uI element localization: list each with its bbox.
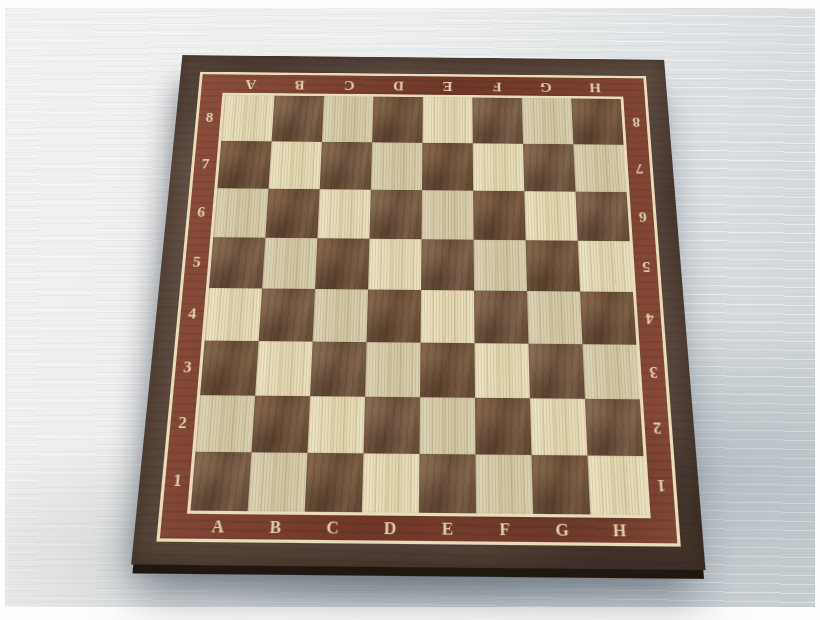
square-f8 (472, 98, 523, 144)
square-e1 (419, 454, 476, 513)
board-inlay-line-outer: ABCDEFGH ABCDEFGH 87654321 87654321 (156, 72, 680, 547)
square-c4 (313, 289, 368, 342)
square-c1 (305, 453, 364, 512)
rank-label-text: 4 (645, 310, 654, 327)
square-a2 (195, 395, 255, 452)
rank-label-text: 7 (201, 157, 210, 172)
rank-label-text: 3 (648, 363, 657, 381)
file-label-a: A (225, 74, 276, 93)
file-label-b: B (275, 75, 325, 94)
square-d2 (363, 397, 420, 454)
file-label-text: C (343, 78, 354, 92)
square-d8 (372, 97, 423, 143)
rank-label-3: 3 (173, 340, 201, 395)
rank-label-1: 1 (647, 456, 676, 515)
rank-label-8: 8 (197, 95, 223, 141)
square-g5 (526, 240, 580, 291)
file-label-h: H (570, 78, 620, 97)
square-e7 (422, 143, 473, 191)
square-c2 (307, 396, 365, 453)
square-e4 (420, 290, 474, 343)
square-f1 (475, 454, 533, 513)
rank-label-2: 2 (168, 395, 197, 452)
square-e3 (420, 343, 475, 398)
square-h2 (585, 399, 644, 456)
square-a4 (205, 288, 262, 341)
square-g7 (523, 144, 575, 192)
rank-label-text: 1 (172, 471, 182, 490)
rank-label-7: 7 (626, 145, 651, 193)
file-label-text: D (393, 78, 404, 92)
square-d7 (371, 142, 423, 190)
file-label-text: A (245, 77, 257, 91)
rank-label-text: 6 (638, 209, 647, 225)
file-label-text: C (326, 518, 339, 538)
square-c8 (322, 96, 374, 142)
rank-label-text: 6 (197, 204, 206, 220)
square-d1 (362, 453, 420, 512)
rank-label-4: 4 (178, 288, 206, 341)
file-label-text: H (589, 80, 601, 94)
square-b6 (265, 189, 319, 239)
file-label-g: G (533, 517, 591, 542)
rank-label-text: 7 (635, 161, 644, 176)
square-d4 (367, 289, 421, 342)
file-label-c: C (324, 75, 374, 94)
file-label-b: B (246, 514, 305, 539)
rank-label-text: 2 (178, 414, 188, 432)
square-f5 (474, 240, 527, 291)
file-label-text: G (555, 520, 569, 540)
square-h7 (573, 144, 626, 192)
file-label-g: G (521, 77, 571, 96)
square-d6 (369, 190, 422, 240)
square-b8 (272, 96, 324, 142)
rank-label-6: 6 (630, 192, 656, 241)
file-label-text: B (294, 77, 305, 91)
square-c7 (320, 142, 372, 190)
square-c5 (315, 238, 369, 289)
square-b4 (259, 288, 315, 341)
square-f3 (474, 343, 529, 398)
rank-label-1: 1 (162, 451, 192, 510)
file-label-h: H (590, 518, 649, 543)
square-b1 (248, 452, 308, 511)
square-a1 (190, 452, 251, 511)
file-label-d: D (361, 515, 419, 540)
rank-label-text: 1 (656, 476, 666, 495)
file-label-text: F (492, 79, 501, 93)
board-inlay-line-inner (187, 93, 651, 518)
square-g2 (530, 398, 588, 455)
square-e2 (419, 397, 475, 454)
square-h1 (587, 456, 647, 515)
square-b3 (255, 341, 313, 396)
square-g3 (528, 344, 584, 399)
square-a7 (217, 141, 271, 189)
rank-label-8: 8 (623, 99, 648, 145)
rank-label-2: 2 (643, 399, 671, 456)
file-label-text: D (384, 518, 397, 538)
file-labels-bottom: ABCDEFGH (188, 514, 649, 543)
square-f2 (475, 398, 532, 455)
file-label-text: A (211, 517, 225, 537)
square-a6 (213, 188, 268, 237)
rank-label-5: 5 (183, 237, 210, 288)
square-e6 (421, 190, 473, 240)
square-g6 (524, 191, 577, 241)
rank-label-text: 2 (652, 418, 662, 436)
square-h6 (575, 192, 629, 242)
square-g8 (522, 98, 574, 144)
board-coordinate-border: ABCDEFGH ABCDEFGH 87654321 87654321 (160, 74, 677, 543)
chess-board: ABCDEFGH ABCDEFGH 87654321 87654321 (131, 55, 705, 570)
square-g1 (531, 455, 590, 514)
square-c3 (310, 342, 366, 397)
square-b5 (262, 238, 317, 289)
rank-label-4: 4 (636, 292, 663, 345)
rank-label-text: 8 (205, 110, 214, 125)
table-surface: ABCDEFGH ABCDEFGH 87654321 87654321 (5, 8, 815, 607)
file-label-text: H (612, 521, 627, 541)
file-label-e: E (423, 76, 472, 95)
file-label-text: G (540, 79, 552, 93)
square-h4 (580, 292, 636, 345)
file-label-text: E (442, 519, 454, 539)
square-h8 (571, 98, 623, 144)
square-e8 (422, 97, 472, 143)
square-d3 (365, 342, 420, 397)
rank-label-5: 5 (633, 241, 659, 292)
rank-label-text: 4 (187, 305, 197, 322)
rank-label-text: 5 (641, 258, 650, 274)
square-c6 (317, 189, 370, 239)
square-f7 (473, 143, 525, 191)
file-label-f: F (476, 517, 534, 542)
square-b2 (251, 396, 310, 453)
rank-label-text: 5 (192, 254, 201, 270)
file-label-f: F (472, 77, 522, 96)
file-label-d: D (373, 76, 423, 95)
square-h3 (582, 344, 639, 399)
square-d5 (368, 239, 421, 290)
square-a3 (200, 341, 259, 396)
board-frame-walnut: ABCDEFGH ABCDEFGH 87654321 87654321 (131, 55, 705, 570)
file-label-text: E (443, 78, 453, 92)
rank-label-7: 7 (192, 141, 218, 189)
file-labels-top: ABCDEFGH (225, 74, 620, 96)
rank-label-text: 3 (183, 359, 193, 377)
rank-label-text: 8 (631, 114, 640, 129)
file-label-c: C (303, 515, 361, 540)
square-f6 (473, 191, 525, 241)
rank-label-3: 3 (639, 345, 666, 400)
square-b7 (268, 141, 321, 189)
square-a8 (221, 95, 274, 141)
square-h5 (578, 241, 633, 292)
file-label-text: F (499, 519, 510, 539)
square-e5 (421, 239, 474, 290)
rank-label-6: 6 (188, 188, 215, 237)
square-f4 (474, 291, 528, 344)
square-g4 (527, 291, 582, 344)
square-a5 (209, 237, 265, 288)
file-label-text: B (269, 517, 282, 537)
file-label-a: A (188, 514, 247, 539)
board-grid (190, 95, 647, 515)
file-label-e: E (419, 516, 477, 541)
